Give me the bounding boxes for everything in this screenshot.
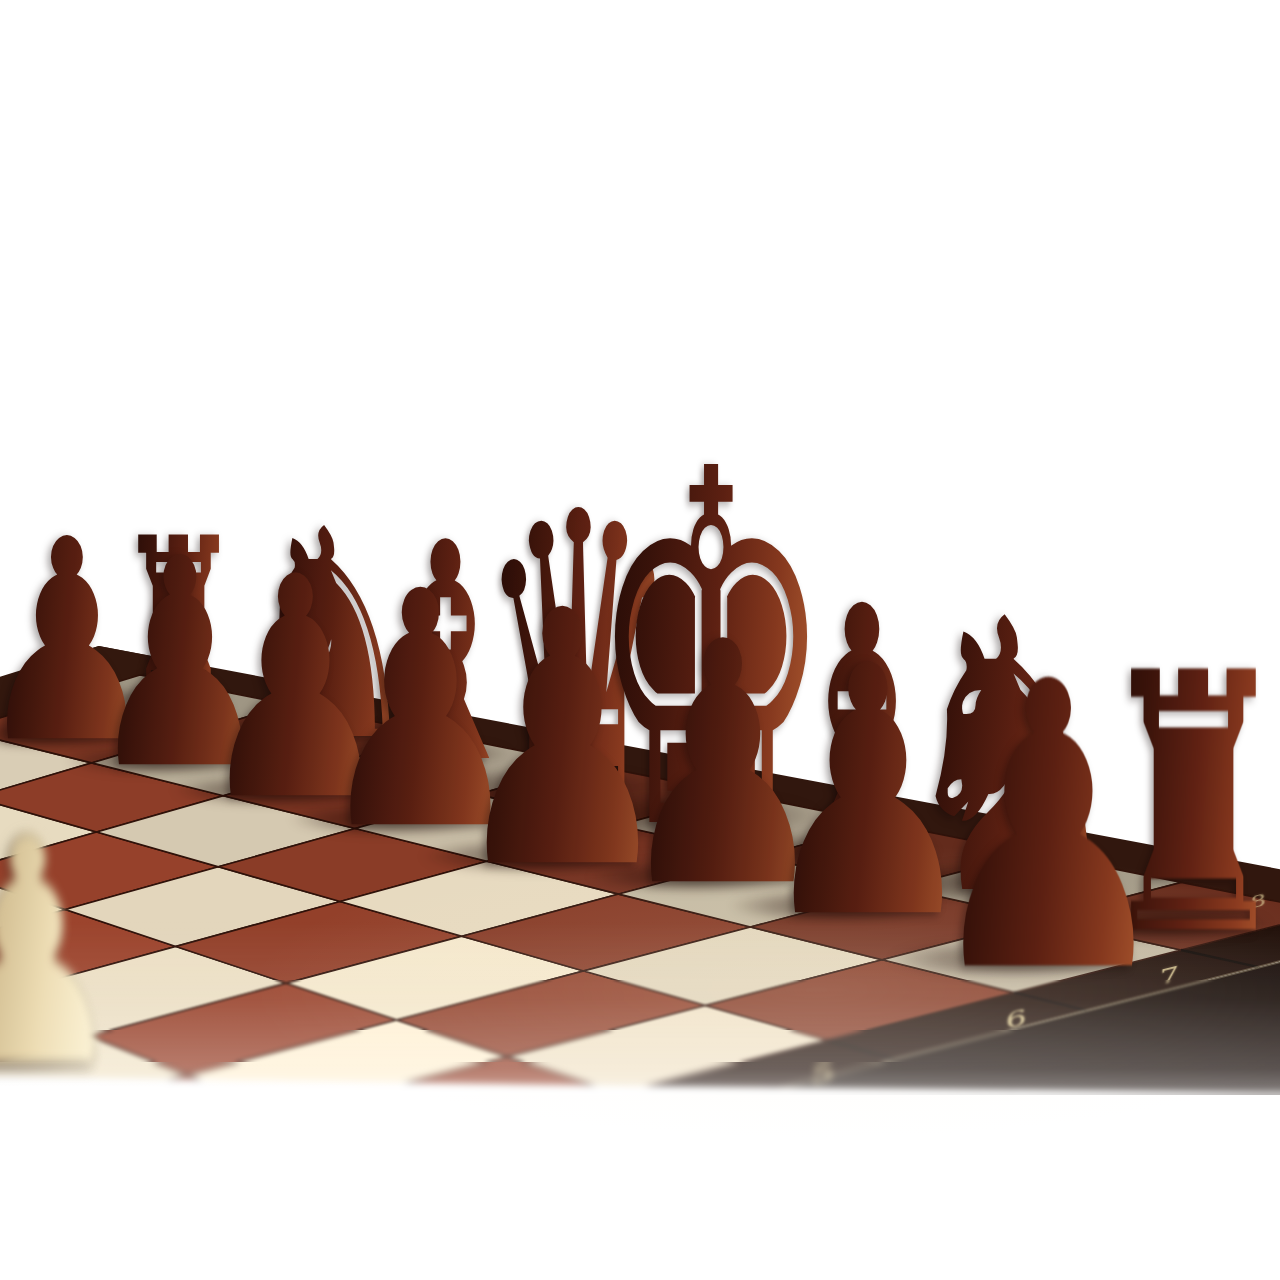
- white-matte-crop: [0, 1077, 1280, 1280]
- photo-stage: ♜♞♝♛♚♝♞♜♟♟♟♟♟♟♟♟♟ 5678: [0, 0, 1280, 1280]
- chess-board: [0, 0, 1280, 1280]
